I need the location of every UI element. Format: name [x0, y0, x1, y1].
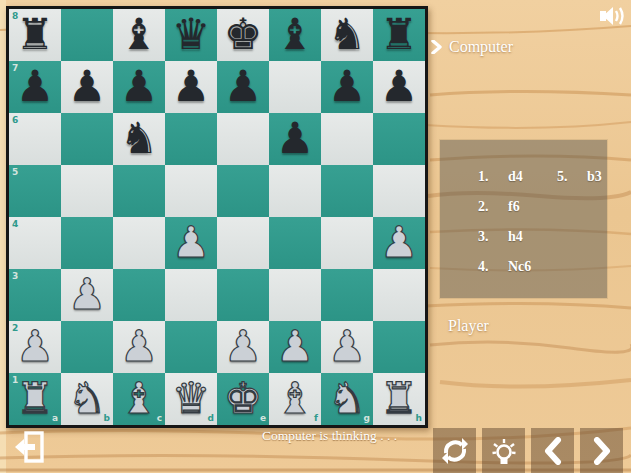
square-c4[interactable] [113, 217, 165, 269]
square-c5[interactable] [113, 165, 165, 217]
file-label-g: g [364, 414, 370, 423]
move-number: 3. [478, 229, 500, 245]
file-label-a: a [52, 414, 58, 423]
move-san: Nc6 [508, 259, 531, 275]
square-g3[interactable] [321, 269, 373, 321]
square-d5[interactable] [165, 165, 217, 217]
chess-board: 8♜♝♛♚♝♞♜7♟♟♟♟♟♟♟6♞♟54♟♟3♟2♟♟♟♟♟1a♜b♞c♝d♛… [6, 6, 428, 428]
square-g2[interactable]: ♟ [321, 321, 373, 373]
square-e3[interactable] [217, 269, 269, 321]
square-e8[interactable]: ♚ [217, 9, 269, 61]
computer-section-header[interactable]: Computer [431, 38, 513, 56]
rank-label-6: 6 [12, 116, 18, 125]
status-text: Computer is thinking . . . [262, 428, 397, 444]
square-e7[interactable]: ♟ [217, 61, 269, 113]
square-d4[interactable]: ♟ [165, 217, 217, 269]
square-h6[interactable] [373, 113, 425, 165]
move-number: 4. [478, 259, 500, 275]
square-f1[interactable]: f♝ [269, 373, 321, 425]
square-g8[interactable]: ♞ [321, 9, 373, 61]
control-button-row [433, 428, 623, 473]
piece-black-knight[interactable]: ♞ [113, 113, 165, 165]
move-san: f6 [508, 199, 520, 215]
restart-button[interactable] [433, 428, 476, 473]
square-a7[interactable]: 7♟ [9, 61, 61, 113]
square-g1[interactable]: g♞ [321, 373, 373, 425]
square-h3[interactable] [373, 269, 425, 321]
square-c2[interactable]: ♟ [113, 321, 165, 373]
chevron-left-icon [542, 437, 564, 465]
piece-black-rook[interactable]: ♜ [373, 9, 425, 61]
square-b3[interactable]: ♟ [61, 269, 113, 321]
piece-black-pawn[interactable]: ♟ [217, 61, 269, 113]
move-san: b3 [587, 169, 602, 185]
file-label-d: d [208, 414, 214, 423]
square-h8[interactable]: ♜ [373, 9, 425, 61]
square-d7[interactable]: ♟ [165, 61, 217, 113]
piece-black-bishop[interactable]: ♝ [269, 9, 321, 61]
file-label-h: h [416, 414, 422, 423]
square-d2[interactable] [165, 321, 217, 373]
square-a8[interactable]: 8♜ [9, 9, 61, 61]
square-h2[interactable] [373, 321, 425, 373]
next-move-button[interactable] [580, 428, 623, 473]
square-d6[interactable] [165, 113, 217, 165]
hint-button[interactable] [482, 428, 525, 473]
rank-label-3: 3 [12, 272, 18, 281]
move-entry-2: 2.f6 [478, 192, 557, 222]
square-h7[interactable]: ♟ [373, 61, 425, 113]
move-number: 1. [478, 169, 500, 185]
piece-black-knight[interactable]: ♞ [321, 9, 373, 61]
square-c6[interactable]: ♞ [113, 113, 165, 165]
chevron-right-icon [431, 40, 442, 54]
square-g6[interactable] [321, 113, 373, 165]
rank-label-8: 8 [12, 12, 18, 21]
file-label-c: c [157, 414, 162, 423]
move-number: 2. [478, 199, 500, 215]
square-d3[interactable] [165, 269, 217, 321]
square-e1[interactable]: e♚ [217, 373, 269, 425]
move-list-column-1: 1.d42.f63.h44.Nc6 [478, 162, 557, 282]
square-g5[interactable] [321, 165, 373, 217]
square-f3[interactable] [269, 269, 321, 321]
piece-black-bishop[interactable]: ♝ [113, 9, 165, 61]
square-f6[interactable]: ♟ [269, 113, 321, 165]
square-b8[interactable] [61, 9, 113, 61]
computer-label: Computer [449, 38, 513, 56]
square-b1[interactable]: b♞ [61, 373, 113, 425]
piece-black-king[interactable]: ♚ [217, 9, 269, 61]
move-number: 5. [557, 169, 579, 185]
player-label: Player [448, 317, 489, 335]
square-c8[interactable]: ♝ [113, 9, 165, 61]
square-f4[interactable] [269, 217, 321, 269]
speaker-icon[interactable] [599, 3, 627, 29]
square-a3[interactable]: 3 [9, 269, 61, 321]
square-g4[interactable] [321, 217, 373, 269]
square-c3[interactable] [113, 269, 165, 321]
move-entry-4: 4.Nc6 [478, 252, 557, 282]
piece-black-pawn[interactable]: ♟ [165, 61, 217, 113]
piece-white-pawn[interactable]: ♟ [113, 321, 165, 373]
file-label-e: e [260, 414, 266, 423]
chevron-right-icon [591, 437, 613, 465]
square-f2[interactable]: ♟ [269, 321, 321, 373]
lightbulb-icon [489, 436, 519, 466]
square-e4[interactable] [217, 217, 269, 269]
move-san: d4 [508, 169, 523, 185]
file-label-f: f [314, 414, 318, 423]
square-f5[interactable] [269, 165, 321, 217]
move-entry-5: 5.b3 [557, 162, 607, 192]
piece-black-pawn[interactable]: ♟ [321, 61, 373, 113]
rank-label-1: 1 [12, 376, 18, 385]
move-list-panel: 1.d42.f63.h44.Nc6 5.b3 [440, 140, 607, 298]
piece-white-pawn[interactable]: ♟ [217, 321, 269, 373]
move-entry-1: 1.d4 [478, 162, 557, 192]
piece-black-pawn[interactable]: ♟ [61, 61, 113, 113]
square-a1[interactable]: 1a♜ [9, 373, 61, 425]
square-f8[interactable]: ♝ [269, 9, 321, 61]
restart-arrows-icon [440, 436, 470, 466]
square-b4[interactable] [61, 217, 113, 269]
piece-black-pawn[interactable]: ♟ [113, 61, 165, 113]
prev-move-button[interactable] [531, 428, 574, 473]
piece-black-pawn[interactable]: ♟ [269, 113, 321, 165]
square-e5[interactable] [217, 165, 269, 217]
piece-white-pawn[interactable]: ♟ [373, 217, 425, 269]
square-b6[interactable] [61, 113, 113, 165]
square-a4[interactable]: 4 [9, 217, 61, 269]
square-b7[interactable]: ♟ [61, 61, 113, 113]
square-h5[interactable] [373, 165, 425, 217]
square-h1[interactable]: h♜ [373, 373, 425, 425]
rank-label-2: 2 [12, 324, 18, 333]
piece-white-pawn[interactable]: ♟ [321, 321, 373, 373]
piece-white-pawn[interactable]: ♟ [61, 269, 113, 321]
move-entry-3: 3.h4 [478, 222, 557, 252]
square-b5[interactable] [61, 165, 113, 217]
square-c1[interactable]: c♝ [113, 373, 165, 425]
piece-black-queen[interactable]: ♛ [165, 9, 217, 61]
rank-label-4: 4 [12, 220, 18, 229]
move-list-column-2: 5.b3 [557, 162, 607, 282]
square-e6[interactable] [217, 113, 269, 165]
square-c7[interactable]: ♟ [113, 61, 165, 113]
square-e2[interactable]: ♟ [217, 321, 269, 373]
file-label-b: b [104, 414, 110, 423]
rank-label-7: 7 [12, 64, 18, 73]
piece-white-pawn[interactable]: ♟ [165, 217, 217, 269]
square-a6[interactable]: 6 [9, 113, 61, 165]
square-g7[interactable]: ♟ [321, 61, 373, 113]
exit-door-icon[interactable] [14, 430, 48, 466]
piece-white-pawn[interactable]: ♟ [269, 321, 321, 373]
square-b2[interactable] [61, 321, 113, 373]
square-d8[interactable]: ♛ [165, 9, 217, 61]
square-h4[interactable]: ♟ [373, 217, 425, 269]
piece-black-pawn[interactable]: ♟ [373, 61, 425, 113]
chess-app: 8♜♝♛♚♝♞♜7♟♟♟♟♟♟♟6♞♟54♟♟3♟2♟♟♟♟♟1a♜b♞c♝d♛… [0, 0, 631, 473]
move-san: h4 [508, 229, 523, 245]
square-f7[interactable] [269, 61, 321, 113]
rank-label-5: 5 [12, 168, 18, 177]
square-d1[interactable]: d♛ [165, 373, 217, 425]
square-a5[interactable]: 5 [9, 165, 61, 217]
square-a2[interactable]: 2♟ [9, 321, 61, 373]
